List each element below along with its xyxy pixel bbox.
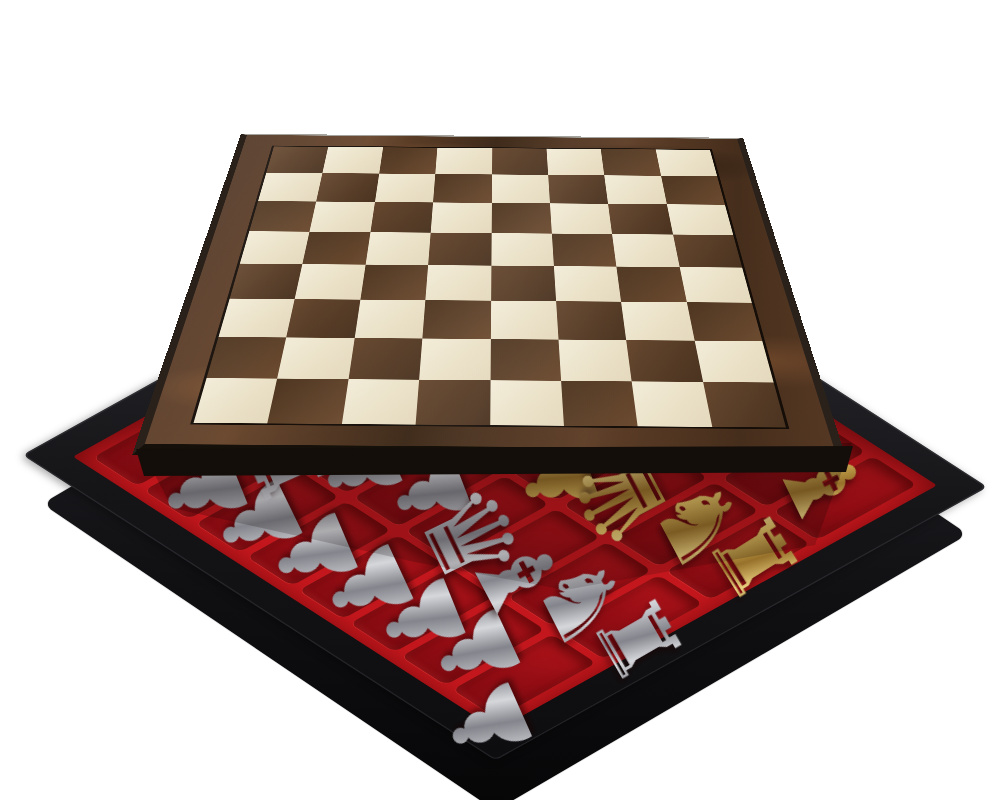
stored-pieces-layer: ♟♟♟♟♟♟♟♟♟♜♛♝♞♜♟♟♛♞♜♝ [0, 0, 1000, 800]
product-photo-chess-set: ♟♟♟♟♟♟♟♟♟♜♛♝♞♜♟♟♛♞♜♝ [0, 0, 1000, 800]
